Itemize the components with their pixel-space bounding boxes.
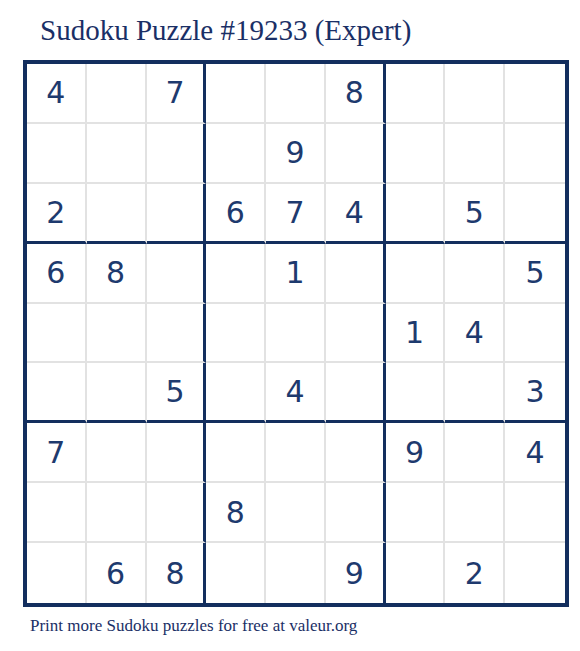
sudoku-cell-r5c4 [206, 304, 266, 364]
sudoku-cell-r1c9 [505, 64, 565, 124]
footer-text: Print more Sudoku puzzles for free at va… [30, 616, 357, 636]
sudoku-cell-r3c2 [87, 184, 147, 244]
sudoku-cell-r7c9: 4 [505, 423, 565, 483]
sudoku-cell-r6c8 [445, 363, 505, 423]
sudoku-cell-r3c6: 4 [326, 184, 386, 244]
sudoku-cell-r5c2 [87, 304, 147, 364]
sudoku-cell-r3c4: 6 [206, 184, 266, 244]
sudoku-cell-r2c4 [206, 124, 266, 184]
sudoku-cell-r3c7 [386, 184, 446, 244]
sudoku-cell-r6c1 [27, 363, 87, 423]
sudoku-cell-r9c7 [386, 543, 446, 603]
sudoku-cell-r8c3 [147, 483, 207, 543]
sudoku-cell-r7c7: 9 [386, 423, 446, 483]
sudoku-cell-r3c8: 5 [445, 184, 505, 244]
sudoku-cell-r7c4 [206, 423, 266, 483]
sudoku-cell-r9c5 [266, 543, 326, 603]
sudoku-cell-r7c2 [87, 423, 147, 483]
sudoku-cell-r4c2: 8 [87, 244, 147, 304]
sudoku-cell-r7c5 [266, 423, 326, 483]
sudoku-cell-r8c7 [386, 483, 446, 543]
sudoku-cell-r6c7 [386, 363, 446, 423]
sudoku-cell-r2c8 [445, 124, 505, 184]
sudoku-cell-r8c2 [87, 483, 147, 543]
sudoku-cell-r3c9 [505, 184, 565, 244]
sudoku-board: 47892674568151454379486892 [23, 60, 569, 607]
sudoku-cell-r7c3 [147, 423, 207, 483]
sudoku-cell-r8c8 [445, 483, 505, 543]
sudoku-cell-r2c6 [326, 124, 386, 184]
sudoku-cell-r4c7 [386, 244, 446, 304]
sudoku-cell-r7c1: 7 [27, 423, 87, 483]
sudoku-cell-r4c4 [206, 244, 266, 304]
sudoku-cell-r9c3: 8 [147, 543, 207, 603]
sudoku-cell-r5c8: 4 [445, 304, 505, 364]
sudoku-cell-r5c9 [505, 304, 565, 364]
sudoku-cell-r7c8 [445, 423, 505, 483]
sudoku-cell-r1c5 [266, 64, 326, 124]
sudoku-cell-r1c2 [87, 64, 147, 124]
sudoku-cell-r2c7 [386, 124, 446, 184]
sudoku-cell-r1c4 [206, 64, 266, 124]
sudoku-cell-r4c6 [326, 244, 386, 304]
sudoku-cell-r5c6 [326, 304, 386, 364]
sudoku-cell-r3c3 [147, 184, 207, 244]
sudoku-cell-r1c1: 4 [27, 64, 87, 124]
sudoku-cell-r9c6: 9 [326, 543, 386, 603]
sudoku-cell-r7c6 [326, 423, 386, 483]
sudoku-cell-r5c1 [27, 304, 87, 364]
sudoku-cell-r4c3 [147, 244, 207, 304]
sudoku-cell-r6c6 [326, 363, 386, 423]
sudoku-cell-r2c2 [87, 124, 147, 184]
sudoku-cell-r1c7 [386, 64, 446, 124]
sudoku-cell-r4c9: 5 [505, 244, 565, 304]
sudoku-cell-r8c6 [326, 483, 386, 543]
sudoku-cell-r2c9 [505, 124, 565, 184]
sudoku-cell-r5c5 [266, 304, 326, 364]
sudoku-cell-r9c8: 2 [445, 543, 505, 603]
page-title: Sudoku Puzzle #19233 (Expert) [40, 14, 411, 47]
sudoku-cell-r6c3: 5 [147, 363, 207, 423]
sudoku-cell-r2c3 [147, 124, 207, 184]
sudoku-cell-r4c8 [445, 244, 505, 304]
sudoku-cell-r6c5: 4 [266, 363, 326, 423]
sudoku-cell-r9c9 [505, 543, 565, 603]
sudoku-cell-r9c4 [206, 543, 266, 603]
sudoku-cell-r8c1 [27, 483, 87, 543]
sudoku-cell-r3c1: 2 [27, 184, 87, 244]
sudoku-cell-r9c1 [27, 543, 87, 603]
sudoku-cell-r6c4 [206, 363, 266, 423]
sudoku-cell-r1c6: 8 [326, 64, 386, 124]
sudoku-cell-r2c5: 9 [266, 124, 326, 184]
sudoku-cell-r1c3: 7 [147, 64, 207, 124]
sudoku-cell-r6c9: 3 [505, 363, 565, 423]
sudoku-cell-r6c2 [87, 363, 147, 423]
sudoku-cell-r3c5: 7 [266, 184, 326, 244]
sudoku-cell-r2c1 [27, 124, 87, 184]
sudoku-cell-r8c4: 8 [206, 483, 266, 543]
sudoku-cell-r9c2: 6 [87, 543, 147, 603]
sudoku-cell-r5c3 [147, 304, 207, 364]
sudoku-cell-r8c5 [266, 483, 326, 543]
sudoku-cell-r5c7: 1 [386, 304, 446, 364]
sudoku-cell-r1c8 [445, 64, 505, 124]
sudoku-cell-r8c9 [505, 483, 565, 543]
sudoku-cell-r4c5: 1 [266, 244, 326, 304]
sudoku-cell-r4c1: 6 [27, 244, 87, 304]
